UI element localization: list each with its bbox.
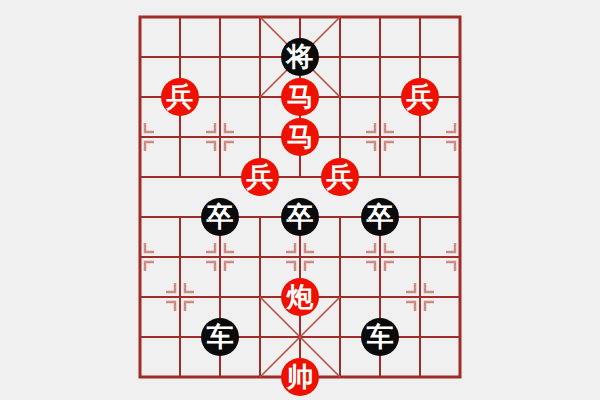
point-a10[interactable]: [120, 357, 160, 397]
point-i2[interactable]: [440, 37, 480, 77]
point-h5[interactable]: [400, 157, 440, 197]
piece-black-soldier[interactable]: 卒: [361, 198, 399, 236]
point-c1[interactable]: [200, 0, 240, 37]
point-f3[interactable]: [320, 77, 360, 117]
point-d9[interactable]: [240, 317, 280, 357]
point-d6[interactable]: [240, 197, 280, 237]
point-h4[interactable]: [400, 117, 440, 157]
point-g4[interactable]: [360, 117, 400, 157]
point-h1[interactable]: [400, 0, 440, 37]
point-b3[interactable]: 兵: [160, 77, 200, 117]
point-f10[interactable]: [320, 357, 360, 397]
point-h8[interactable]: [400, 277, 440, 317]
point-b1[interactable]: [160, 0, 200, 37]
point-b2[interactable]: [160, 37, 200, 77]
xiangqi-board: 将兵马兵马兵兵卒卒卒炮车车帅: [140, 17, 460, 377]
point-e4[interactable]: 马: [280, 117, 320, 157]
piece-red-soldier[interactable]: 兵: [401, 78, 439, 116]
point-i4[interactable]: [440, 117, 480, 157]
point-a8[interactable]: [120, 277, 160, 317]
point-e2[interactable]: 将: [280, 37, 320, 77]
point-g3[interactable]: [360, 77, 400, 117]
point-c8[interactable]: [200, 277, 240, 317]
point-h10[interactable]: [400, 357, 440, 397]
point-c10[interactable]: [200, 357, 240, 397]
point-d5[interactable]: 兵: [240, 157, 280, 197]
point-e8[interactable]: 炮: [280, 277, 320, 317]
point-a5[interactable]: [120, 157, 160, 197]
point-d10[interactable]: [240, 357, 280, 397]
point-e5[interactable]: [280, 157, 320, 197]
point-d1[interactable]: [240, 0, 280, 37]
point-b8[interactable]: [160, 277, 200, 317]
piece-black-soldier[interactable]: 卒: [201, 198, 239, 236]
piece-black-soldier[interactable]: 卒: [281, 198, 319, 236]
piece-red-cannon[interactable]: 炮: [281, 278, 319, 316]
point-d4[interactable]: [240, 117, 280, 157]
point-c3[interactable]: [200, 77, 240, 117]
point-g9[interactable]: 车: [360, 317, 400, 357]
piece-black-chariot[interactable]: 车: [361, 318, 399, 356]
piece-red-general[interactable]: 帅: [281, 358, 319, 396]
point-g8[interactable]: [360, 277, 400, 317]
piece-red-soldier[interactable]: 兵: [241, 158, 279, 196]
point-g2[interactable]: [360, 37, 400, 77]
point-f9[interactable]: [320, 317, 360, 357]
board-grid: 将兵马兵马兵兵卒卒卒炮车车帅: [120, 0, 480, 397]
piece-red-soldier[interactable]: 兵: [161, 78, 199, 116]
point-f2[interactable]: [320, 37, 360, 77]
point-h6[interactable]: [400, 197, 440, 237]
point-e3[interactable]: 马: [280, 77, 320, 117]
piece-black-general[interactable]: 将: [281, 38, 319, 76]
point-f4[interactable]: [320, 117, 360, 157]
point-g10[interactable]: [360, 357, 400, 397]
point-e7[interactable]: [280, 237, 320, 277]
piece-red-horse[interactable]: 马: [281, 118, 319, 156]
point-b5[interactable]: [160, 157, 200, 197]
point-b4[interactable]: [160, 117, 200, 157]
point-d3[interactable]: [240, 77, 280, 117]
point-d2[interactable]: [240, 37, 280, 77]
point-c6[interactable]: 卒: [200, 197, 240, 237]
point-g1[interactable]: [360, 0, 400, 37]
point-i3[interactable]: [440, 77, 480, 117]
point-i1[interactable]: [440, 0, 480, 37]
piece-red-horse[interactable]: 马: [281, 78, 319, 116]
point-d8[interactable]: [240, 277, 280, 317]
point-i9[interactable]: [440, 317, 480, 357]
point-a4[interactable]: [120, 117, 160, 157]
point-a1[interactable]: [120, 0, 160, 37]
point-c2[interactable]: [200, 37, 240, 77]
piece-black-chariot[interactable]: 车: [201, 318, 239, 356]
point-f8[interactable]: [320, 277, 360, 317]
point-i8[interactable]: [440, 277, 480, 317]
point-i5[interactable]: [440, 157, 480, 197]
point-c7[interactable]: [200, 237, 240, 277]
point-a6[interactable]: [120, 197, 160, 237]
point-c9[interactable]: 车: [200, 317, 240, 357]
point-f5[interactable]: 兵: [320, 157, 360, 197]
point-b9[interactable]: [160, 317, 200, 357]
point-e10[interactable]: 帅: [280, 357, 320, 397]
point-h9[interactable]: [400, 317, 440, 357]
point-e9[interactable]: [280, 317, 320, 357]
point-f7[interactable]: [320, 237, 360, 277]
point-g7[interactable]: [360, 237, 400, 277]
point-a9[interactable]: [120, 317, 160, 357]
xiangqi-app-canvas: 将兵马兵马兵兵卒卒卒炮车车帅: [0, 0, 600, 400]
point-f6[interactable]: [320, 197, 360, 237]
point-i6[interactable]: [440, 197, 480, 237]
point-h7[interactable]: [400, 237, 440, 277]
point-g6[interactable]: 卒: [360, 197, 400, 237]
point-a2[interactable]: [120, 37, 160, 77]
point-g5[interactable]: [360, 157, 400, 197]
point-e1[interactable]: [280, 0, 320, 37]
point-c5[interactable]: [200, 157, 240, 197]
point-h3[interactable]: 兵: [400, 77, 440, 117]
point-b7[interactable]: [160, 237, 200, 277]
point-h2[interactable]: [400, 37, 440, 77]
point-a3[interactable]: [120, 77, 160, 117]
point-i10[interactable]: [440, 357, 480, 397]
point-e6[interactable]: 卒: [280, 197, 320, 237]
point-d7[interactable]: [240, 237, 280, 277]
point-b10[interactable]: [160, 357, 200, 397]
point-a7[interactable]: [120, 237, 160, 277]
piece-red-soldier[interactable]: 兵: [321, 158, 359, 196]
point-b6[interactable]: [160, 197, 200, 237]
point-c4[interactable]: [200, 117, 240, 157]
point-i7[interactable]: [440, 237, 480, 277]
point-f1[interactable]: [320, 0, 360, 37]
